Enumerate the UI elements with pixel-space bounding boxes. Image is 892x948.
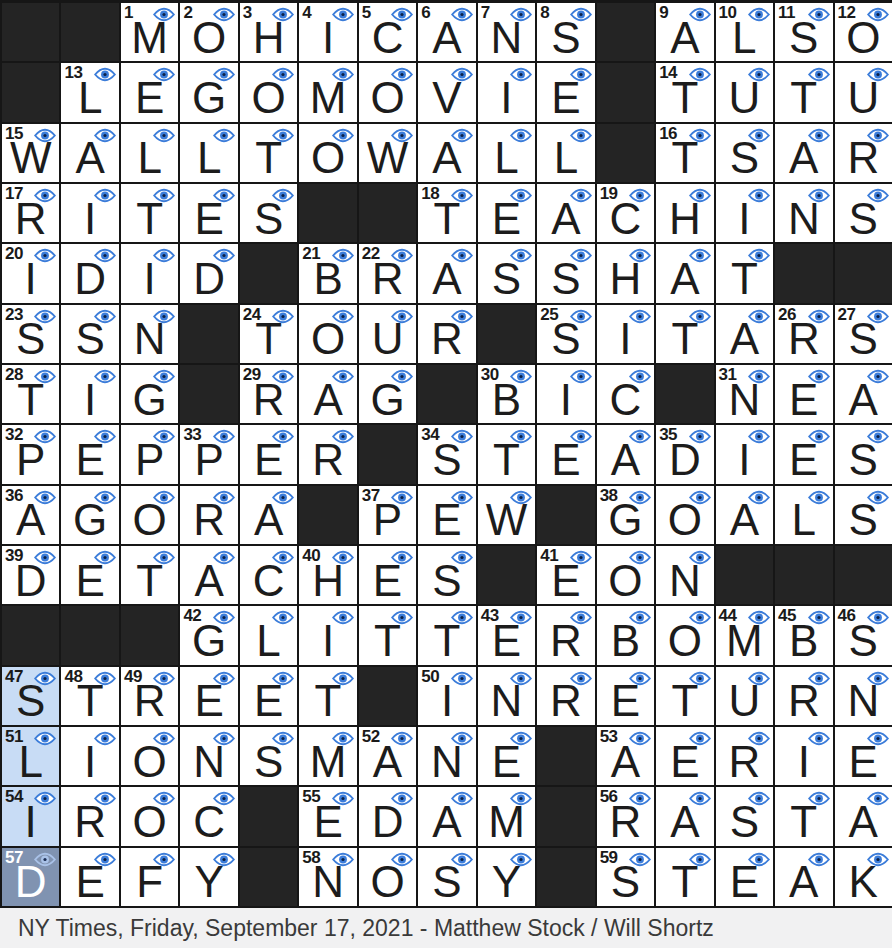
- cell-r8c8[interactable]: 34S: [418, 425, 475, 483]
- cell-letter: S: [418, 859, 475, 906]
- cell-r11c11[interactable]: B: [597, 606, 654, 664]
- cell-r12c13[interactable]: U: [716, 667, 773, 725]
- cell-letter: S: [597, 859, 654, 906]
- black-cell-r11c2: [61, 606, 118, 664]
- cell-letter: I: [2, 799, 59, 846]
- cell-r1c13[interactable]: 10L: [716, 3, 773, 61]
- cell-r15c12[interactable]: T: [656, 848, 713, 906]
- cell-r8c13[interactable]: I: [716, 425, 773, 483]
- cell-r1c3[interactable]: 1M: [121, 3, 178, 61]
- cell-r8c9[interactable]: T: [478, 425, 535, 483]
- cell-letter: T: [121, 558, 178, 605]
- cell-r13c2[interactable]: I: [61, 727, 118, 785]
- cell-letter: S: [835, 316, 892, 363]
- cell-r5c10[interactable]: S: [537, 244, 594, 302]
- cell-letter: R: [2, 196, 59, 243]
- cell-r5c2[interactable]: D: [61, 244, 118, 302]
- cell-r2c9[interactable]: I: [478, 63, 535, 121]
- cell-r3c10[interactable]: L: [537, 124, 594, 182]
- cell-r11c15[interactable]: 46S: [835, 606, 892, 664]
- cell-r3c15[interactable]: R: [835, 124, 892, 182]
- cell-r5c11[interactable]: H: [597, 244, 654, 302]
- cell-r13c9[interactable]: E: [478, 727, 535, 785]
- cell-letter: E: [61, 859, 118, 906]
- cell-r1c8[interactable]: 6A: [418, 3, 475, 61]
- cell-letter: G: [180, 618, 237, 665]
- cell-letter: A: [418, 256, 475, 303]
- cell-letter: N: [299, 859, 356, 906]
- cell-r15c4[interactable]: Y: [180, 848, 237, 906]
- cell-r10c6[interactable]: 40H: [299, 546, 356, 604]
- cell-r13c7[interactable]: 52A: [359, 727, 416, 785]
- cell-r6c1[interactable]: 23S: [2, 305, 59, 363]
- cell-r14c6[interactable]: 55E: [299, 787, 356, 845]
- cell-r10c11[interactable]: O: [597, 546, 654, 604]
- cell-r10c3[interactable]: T: [121, 546, 178, 604]
- cell-r11c13[interactable]: 44M: [716, 606, 773, 664]
- cell-r6c7[interactable]: U: [359, 305, 416, 363]
- cell-letter: E: [775, 437, 832, 484]
- cell-letter: N: [478, 678, 535, 725]
- cell-r3c14[interactable]: A: [775, 124, 832, 182]
- cell-letter: V: [418, 75, 475, 122]
- cell-r3c9[interactable]: L: [478, 124, 535, 182]
- cell-letter: M: [299, 75, 356, 122]
- cell-r9c12[interactable]: O: [656, 486, 713, 544]
- cell-letter: O: [121, 497, 178, 544]
- cell-r15c14[interactable]: A: [775, 848, 832, 906]
- cell-letter: S: [537, 256, 594, 303]
- cell-letter: Y: [478, 859, 535, 906]
- cell-r14c11[interactable]: 56R: [597, 787, 654, 845]
- cell-r14c8[interactable]: A: [418, 787, 475, 845]
- cell-r10c7[interactable]: E: [359, 546, 416, 604]
- puzzle-caption: NY Times, Friday, September 17, 2021 - M…: [0, 908, 892, 948]
- cell-r2c14[interactable]: T: [775, 63, 832, 121]
- cell-r8c5[interactable]: E: [240, 425, 297, 483]
- cell-r3c4[interactable]: L: [180, 124, 237, 182]
- cell-letter: A: [656, 256, 713, 303]
- cell-r13c5[interactable]: S: [240, 727, 297, 785]
- cell-r9c9[interactable]: W: [478, 486, 535, 544]
- cell-letter: S: [537, 316, 594, 363]
- cell-r7c10[interactable]: I: [537, 365, 594, 423]
- black-cell-r10c13: [716, 546, 773, 604]
- cell-r15c11[interactable]: 59S: [597, 848, 654, 906]
- cell-r8c4[interactable]: 33P: [180, 425, 237, 483]
- cell-r10c5[interactable]: C: [240, 546, 297, 604]
- cell-letter: N: [180, 739, 237, 786]
- cell-letter: A: [418, 15, 475, 62]
- cell-letter: D: [2, 859, 59, 906]
- cell-r6c8[interactable]: R: [418, 305, 475, 363]
- cell-r13c8[interactable]: N: [418, 727, 475, 785]
- black-cell-r1c2: [61, 3, 118, 61]
- cell-r6c2[interactable]: S: [61, 305, 118, 363]
- cell-letter: A: [61, 135, 118, 182]
- cell-r9c15[interactable]: S: [835, 486, 892, 544]
- cell-letter: P: [180, 437, 237, 484]
- cell-letter: I: [61, 377, 118, 424]
- cell-r1c5[interactable]: 3H: [240, 3, 297, 61]
- cell-r13c14[interactable]: I: [775, 727, 832, 785]
- cell-r14c7[interactable]: D: [359, 787, 416, 845]
- cell-r12c8[interactable]: 50I: [418, 667, 475, 725]
- cell-r2c2[interactable]: 13L: [61, 63, 118, 121]
- cell-r10c1[interactable]: 39D: [2, 546, 59, 604]
- cell-r13c13[interactable]: R: [716, 727, 773, 785]
- cell-r1c4[interactable]: 2O: [180, 3, 237, 61]
- cell-r6c10[interactable]: 25S: [537, 305, 594, 363]
- cell-r6c15[interactable]: 27S: [835, 305, 892, 363]
- cell-r4c8[interactable]: 18T: [418, 184, 475, 242]
- cell-r9c5[interactable]: A: [240, 486, 297, 544]
- cell-letter: N: [121, 316, 178, 363]
- cell-letter: E: [597, 678, 654, 725]
- cell-r3c12[interactable]: 16T: [656, 124, 713, 182]
- cell-r6c11[interactable]: I: [597, 305, 654, 363]
- cell-r14c9[interactable]: M: [478, 787, 535, 845]
- cell-r9c7[interactable]: 37P: [359, 486, 416, 544]
- cell-letter: E: [537, 558, 594, 605]
- cell-r15c15[interactable]: K: [835, 848, 892, 906]
- cell-r4c11[interactable]: 19C: [597, 184, 654, 242]
- cell-r8c3[interactable]: P: [121, 425, 178, 483]
- cell-letter: L: [121, 135, 178, 182]
- cell-letter: S: [835, 437, 892, 484]
- cell-letter: I: [299, 15, 356, 62]
- cell-r11c8[interactable]: T: [418, 606, 475, 664]
- cell-letter: O: [299, 316, 356, 363]
- black-cell-r5c15: [835, 244, 892, 302]
- black-cell-r12c7: [359, 667, 416, 725]
- cell-r5c3[interactable]: I: [121, 244, 178, 302]
- cell-r14c2[interactable]: R: [61, 787, 118, 845]
- cell-r8c15[interactable]: S: [835, 425, 892, 483]
- cell-letter: I: [121, 256, 178, 303]
- cell-r14c13[interactable]: S: [716, 787, 773, 845]
- cell-r1c7[interactable]: 5C: [359, 3, 416, 61]
- cell-letter: K: [835, 859, 892, 906]
- cell-letter: A: [597, 437, 654, 484]
- cell-letter: S: [835, 497, 892, 544]
- cell-r8c11[interactable]: A: [597, 425, 654, 483]
- cell-letter: O: [656, 618, 713, 665]
- cell-r4c5[interactable]: S: [240, 184, 297, 242]
- cell-r3c13[interactable]: S: [716, 124, 773, 182]
- cell-r15c13[interactable]: E: [716, 848, 773, 906]
- cell-r2c6[interactable]: M: [299, 63, 356, 121]
- cell-r1c10[interactable]: 8S: [537, 3, 594, 61]
- cell-r2c8[interactable]: V: [418, 63, 475, 121]
- cell-letter: T: [478, 437, 535, 484]
- cell-r7c3[interactable]: G: [121, 365, 178, 423]
- cell-letter: O: [180, 15, 237, 62]
- cell-r15c8[interactable]: S: [418, 848, 475, 906]
- cell-r13c3[interactable]: O: [121, 727, 178, 785]
- cell-r9c1[interactable]: 36A: [2, 486, 59, 544]
- cell-letter: H: [299, 558, 356, 605]
- cell-r12c6[interactable]: T: [299, 667, 356, 725]
- cell-r8c1[interactable]: 32P: [2, 425, 59, 483]
- cell-r2c10[interactable]: E: [537, 63, 594, 121]
- cell-letter: D: [61, 256, 118, 303]
- cell-r5c8[interactable]: A: [418, 244, 475, 302]
- cell-r15c6[interactable]: 58N: [299, 848, 356, 906]
- cell-r11c5[interactable]: L: [240, 606, 297, 664]
- cell-letter: O: [240, 75, 297, 122]
- cell-letter: O: [597, 558, 654, 605]
- black-cell-r15c10: [537, 848, 594, 906]
- cell-r8c2[interactable]: E: [61, 425, 118, 483]
- cell-r10c8[interactable]: S: [418, 546, 475, 604]
- cell-r10c12[interactable]: N: [656, 546, 713, 604]
- cell-r7c5[interactable]: 29R: [240, 365, 297, 423]
- cell-r7c13[interactable]: 31N: [716, 365, 773, 423]
- cell-letter: T: [418, 196, 475, 243]
- cell-letter: I: [537, 377, 594, 424]
- cell-letter: S: [240, 196, 297, 243]
- cell-letter: F: [121, 859, 178, 906]
- cell-r5c12[interactable]: A: [656, 244, 713, 302]
- cell-letter: D: [180, 256, 237, 303]
- cell-r1c9[interactable]: 7N: [478, 3, 535, 61]
- cell-r7c14[interactable]: E: [775, 365, 832, 423]
- cell-r1c14[interactable]: 11S: [775, 3, 832, 61]
- cell-letter: T: [299, 678, 356, 725]
- cell-r3c8[interactable]: A: [418, 124, 475, 182]
- cell-r4c1[interactable]: 17R: [2, 184, 59, 242]
- cell-r2c12[interactable]: 14T: [656, 63, 713, 121]
- cell-r4c10[interactable]: A: [537, 184, 594, 242]
- cell-r5c9[interactable]: S: [478, 244, 535, 302]
- cell-r14c3[interactable]: O: [121, 787, 178, 845]
- black-cell-r15c5: [240, 848, 297, 906]
- cell-r13c1[interactable]: 51L: [2, 727, 59, 785]
- cell-r3c5[interactable]: T: [240, 124, 297, 182]
- cell-letter: L: [537, 135, 594, 182]
- cell-r14c12[interactable]: A: [656, 787, 713, 845]
- cell-r12c15[interactable]: N: [835, 667, 892, 725]
- cell-letter: I: [2, 256, 59, 303]
- cell-r11c4[interactable]: 42G: [180, 606, 237, 664]
- cell-letter: A: [775, 859, 832, 906]
- black-cell-r10c14: [775, 546, 832, 604]
- cell-r5c13[interactable]: T: [716, 244, 773, 302]
- cell-r10c10[interactable]: 41E: [537, 546, 594, 604]
- cell-r2c3[interactable]: E: [121, 63, 178, 121]
- cell-r2c5[interactable]: O: [240, 63, 297, 121]
- cell-r12c11[interactable]: E: [597, 667, 654, 725]
- cell-letter: W: [478, 497, 535, 544]
- cell-r6c12[interactable]: T: [656, 305, 713, 363]
- cell-letter: H: [240, 15, 297, 62]
- cell-r11c10[interactable]: R: [537, 606, 594, 664]
- cell-letter: E: [835, 739, 892, 786]
- cell-r7c6[interactable]: A: [299, 365, 356, 423]
- cell-r9c14[interactable]: L: [775, 486, 832, 544]
- cell-letter: S: [2, 678, 59, 725]
- cell-letter: T: [656, 678, 713, 725]
- cell-letter: A: [299, 377, 356, 424]
- cell-r4c15[interactable]: S: [835, 184, 892, 242]
- cell-r15c3[interactable]: F: [121, 848, 178, 906]
- cell-r15c7[interactable]: O: [359, 848, 416, 906]
- cell-r11c12[interactable]: O: [656, 606, 713, 664]
- cell-letter: A: [716, 316, 773, 363]
- cell-letter: A: [835, 799, 892, 846]
- cell-letter: E: [656, 739, 713, 786]
- cell-r15c2[interactable]: E: [61, 848, 118, 906]
- cell-letter: A: [537, 196, 594, 243]
- cell-letter: O: [121, 739, 178, 786]
- cell-r7c9[interactable]: 30B: [478, 365, 535, 423]
- cell-r9c8[interactable]: E: [418, 486, 475, 544]
- cell-r4c13[interactable]: I: [716, 184, 773, 242]
- cell-letter: E: [61, 437, 118, 484]
- cell-r12c2[interactable]: 48T: [61, 667, 118, 725]
- black-cell-r8c7: [359, 425, 416, 483]
- cell-r10c2[interactable]: E: [61, 546, 118, 604]
- cell-r6c5[interactable]: 24T: [240, 305, 297, 363]
- cell-letter: R: [359, 256, 416, 303]
- black-cell-r9c6: [299, 486, 356, 544]
- cell-r7c15[interactable]: A: [835, 365, 892, 423]
- cell-letter: E: [418, 497, 475, 544]
- cell-r12c9[interactable]: N: [478, 667, 535, 725]
- cell-letter: E: [121, 75, 178, 122]
- cell-r14c14[interactable]: T: [775, 787, 832, 845]
- cell-letter: A: [656, 799, 713, 846]
- cell-r13c6[interactable]: M: [299, 727, 356, 785]
- cell-r4c9[interactable]: E: [478, 184, 535, 242]
- cell-r9c2[interactable]: G: [61, 486, 118, 544]
- cell-r13c11[interactable]: 53A: [597, 727, 654, 785]
- cell-r3c3[interactable]: L: [121, 124, 178, 182]
- cell-r2c7[interactable]: O: [359, 63, 416, 121]
- cell-letter: S: [61, 316, 118, 363]
- cell-r11c14[interactable]: 45B: [775, 606, 832, 664]
- cell-r7c2[interactable]: I: [61, 365, 118, 423]
- black-cell-r3c11: [597, 124, 654, 182]
- cell-letter: R: [180, 497, 237, 544]
- cell-r9c4[interactable]: R: [180, 486, 237, 544]
- cell-r8c12[interactable]: 35D: [656, 425, 713, 483]
- black-cell-r4c7: [359, 184, 416, 242]
- cell-letter: E: [537, 437, 594, 484]
- cell-letter: I: [775, 739, 832, 786]
- cell-r7c11[interactable]: C: [597, 365, 654, 423]
- cell-r7c1[interactable]: 28T: [2, 365, 59, 423]
- cell-r5c7[interactable]: 22R: [359, 244, 416, 302]
- cell-r5c4[interactable]: D: [180, 244, 237, 302]
- cell-r8c10[interactable]: E: [537, 425, 594, 483]
- cell-r12c1[interactable]: 47S: [2, 667, 59, 725]
- cell-r10c4[interactable]: A: [180, 546, 237, 604]
- cell-letter: L: [775, 497, 832, 544]
- cell-r14c15[interactable]: A: [835, 787, 892, 845]
- cell-r14c4[interactable]: C: [180, 787, 237, 845]
- cell-r4c3[interactable]: T: [121, 184, 178, 242]
- cell-r1c6[interactable]: 4I: [299, 3, 356, 61]
- cell-r9c11[interactable]: 38G: [597, 486, 654, 544]
- cell-r2c15[interactable]: U: [835, 63, 892, 121]
- cell-r12c3[interactable]: 49R: [121, 667, 178, 725]
- cell-r11c6[interactable]: I: [299, 606, 356, 664]
- cell-r15c9[interactable]: Y: [478, 848, 535, 906]
- black-cell-r4c6: [299, 184, 356, 242]
- cell-r8c6[interactable]: R: [299, 425, 356, 483]
- cell-r8c14[interactable]: E: [775, 425, 832, 483]
- cell-r6c14[interactable]: 26R: [775, 305, 832, 363]
- cell-r12c12[interactable]: T: [656, 667, 713, 725]
- cell-r4c2[interactable]: I: [61, 184, 118, 242]
- cell-r13c4[interactable]: N: [180, 727, 237, 785]
- cell-r12c4[interactable]: E: [180, 667, 237, 725]
- cell-r3c2[interactable]: A: [61, 124, 118, 182]
- cell-r13c12[interactable]: E: [656, 727, 713, 785]
- cell-letter: E: [478, 196, 535, 243]
- cell-r1c15[interactable]: 12O: [835, 3, 892, 61]
- cell-letter: T: [656, 75, 713, 122]
- cell-r1c12[interactable]: 9A: [656, 3, 713, 61]
- cell-letter: S: [716, 135, 773, 182]
- cell-r2c4[interactable]: G: [180, 63, 237, 121]
- cell-r9c13[interactable]: A: [716, 486, 773, 544]
- cell-r4c12[interactable]: H: [656, 184, 713, 242]
- puzzle-caption-text: NY Times, Friday, September 17, 2021 - M…: [18, 915, 714, 942]
- cell-r3c1[interactable]: 15W: [2, 124, 59, 182]
- cell-letter: S: [418, 437, 475, 484]
- cell-letter: U: [359, 316, 416, 363]
- cell-r3c7[interactable]: W: [359, 124, 416, 182]
- cell-letter: T: [240, 316, 297, 363]
- cell-letter: R: [775, 678, 832, 725]
- cell-r12c14[interactable]: R: [775, 667, 832, 725]
- cell-letter: I: [478, 75, 535, 122]
- cell-letter: I: [597, 316, 654, 363]
- cell-r13c15[interactable]: E: [835, 727, 892, 785]
- cell-letter: E: [537, 75, 594, 122]
- cell-letter: G: [121, 377, 178, 424]
- cell-letter: P: [359, 497, 416, 544]
- cell-r6c6[interactable]: O: [299, 305, 356, 363]
- cell-r4c14[interactable]: N: [775, 184, 832, 242]
- cell-r11c9[interactable]: 43E: [478, 606, 535, 664]
- cell-r5c6[interactable]: 21B: [299, 244, 356, 302]
- cell-letter: M: [299, 739, 356, 786]
- cell-r14c1[interactable]: 54I: [2, 787, 59, 845]
- cell-r7c7[interactable]: G: [359, 365, 416, 423]
- cell-r4c4[interactable]: E: [180, 184, 237, 242]
- cell-r12c5[interactable]: E: [240, 667, 297, 725]
- cell-r15c1[interactable]: 57D: [2, 848, 59, 906]
- cell-letter: A: [240, 497, 297, 544]
- cell-letter: A: [418, 135, 475, 182]
- cell-letter: G: [180, 75, 237, 122]
- cell-letter: B: [597, 618, 654, 665]
- cell-r11c7[interactable]: T: [359, 606, 416, 664]
- black-cell-r2c1: [2, 63, 59, 121]
- cell-r3c6[interactable]: O: [299, 124, 356, 182]
- cell-r6c13[interactable]: A: [716, 305, 773, 363]
- cell-letter: T: [418, 618, 475, 665]
- cell-r12c10[interactable]: R: [537, 667, 594, 725]
- cell-r9c3[interactable]: O: [121, 486, 178, 544]
- cell-r6c3[interactable]: N: [121, 305, 178, 363]
- cell-r2c13[interactable]: U: [716, 63, 773, 121]
- cell-r5c1[interactable]: 20I: [2, 244, 59, 302]
